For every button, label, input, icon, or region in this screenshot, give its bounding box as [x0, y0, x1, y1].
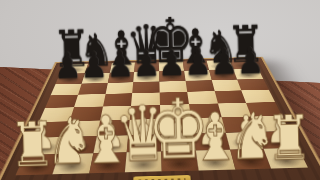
square-a6: [51, 83, 82, 95]
square-b7: ♟: [81, 73, 109, 84]
white-rook-h1: ♜: [265, 106, 313, 168]
board-scene: ♜♞♝♛♚♝♞♜♟♟♟♟♟♟♟♟♟♟♟♟♟♟♟♟♜♞♝♛♚♝♞♜: [0, 0, 320, 180]
plaque-illegible-text: [139, 178, 185, 180]
square-b6: [78, 83, 108, 95]
board-squares: ♜♞♝♛♚♝♞♜♟♟♟♟♟♟♟♟♟♟♟♟♟♟♟♟♜♞♝♛♚♝♞♜: [16, 60, 308, 176]
square-h6: [237, 79, 269, 91]
square-e7: ♟: [159, 71, 185, 82]
square-c7: ♟: [107, 72, 134, 83]
black-pawn-d7: ♟: [132, 45, 160, 82]
black-pawn-c7: ♟: [106, 46, 134, 83]
black-pawn-b7: ♟: [80, 47, 108, 84]
black-pawn-f7: ♟: [184, 44, 212, 81]
square-g6: [211, 79, 241, 91]
square-g1: ♞: [230, 149, 272, 170]
black-pawn-e7: ♟: [158, 45, 186, 82]
square-d7: ♟: [133, 71, 159, 82]
brand-plaque: [133, 175, 192, 180]
square-h1: ♜: [264, 148, 308, 168]
square-g7: ♟: [209, 69, 238, 80]
black-pawn-a7: ♟: [54, 47, 82, 84]
square-f7: ♟: [184, 70, 211, 81]
black-pawn-h7: ♟: [236, 43, 264, 80]
chessboard-photo: ♜♞♝♛♚♝♞♜♟♟♟♟♟♟♟♟♟♟♟♟♟♟♟♟♜♞♝♛♚♝♞♜: [0, 0, 320, 180]
square-h7: ♟: [233, 69, 263, 80]
black-pawn-g7: ♟: [210, 43, 238, 80]
chess-board: ♜♞♝♛♚♝♞♜♟♟♟♟♟♟♟♟♟♟♟♟♟♟♟♟♜♞♝♛♚♝♞♜: [0, 57, 320, 180]
